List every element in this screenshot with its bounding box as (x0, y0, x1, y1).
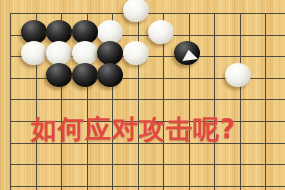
white-stone-c4r3[interactable] (72, 41, 98, 65)
caption-text: 如何应对攻击呢? (31, 112, 236, 147)
black-stone-c4r4[interactable] (72, 63, 98, 87)
go-board-screenshot: 如何应对攻击呢? (0, 0, 285, 190)
black-stone-c4r2[interactable] (72, 20, 98, 44)
black-stone-c3r4[interactable] (46, 63, 72, 87)
white-stone-c2r3[interactable] (21, 41, 47, 65)
black-stone-c8r3[interactable] (174, 41, 200, 65)
white-stone-c3r3[interactable] (46, 41, 72, 65)
white-stone-c5r2[interactable] (97, 20, 123, 44)
black-stone-c2r2[interactable] (21, 20, 47, 44)
black-stone-c5r3[interactable] (97, 41, 123, 65)
black-stone-c3r2[interactable] (46, 20, 72, 44)
grid-line-horizontal-9 (10, 186, 285, 187)
black-stone-c5r4[interactable] (97, 63, 123, 87)
white-stone-c7r2[interactable] (148, 20, 174, 44)
white-stone-c10r4[interactable] (225, 63, 251, 87)
white-stone-c6r3[interactable] (123, 41, 149, 65)
last-move-marker-icon (174, 41, 200, 65)
white-stone-c6r1[interactable] (123, 0, 149, 22)
grid-line-horizontal-8 (10, 164, 285, 165)
grid-line-horizontal-5 (10, 99, 285, 100)
